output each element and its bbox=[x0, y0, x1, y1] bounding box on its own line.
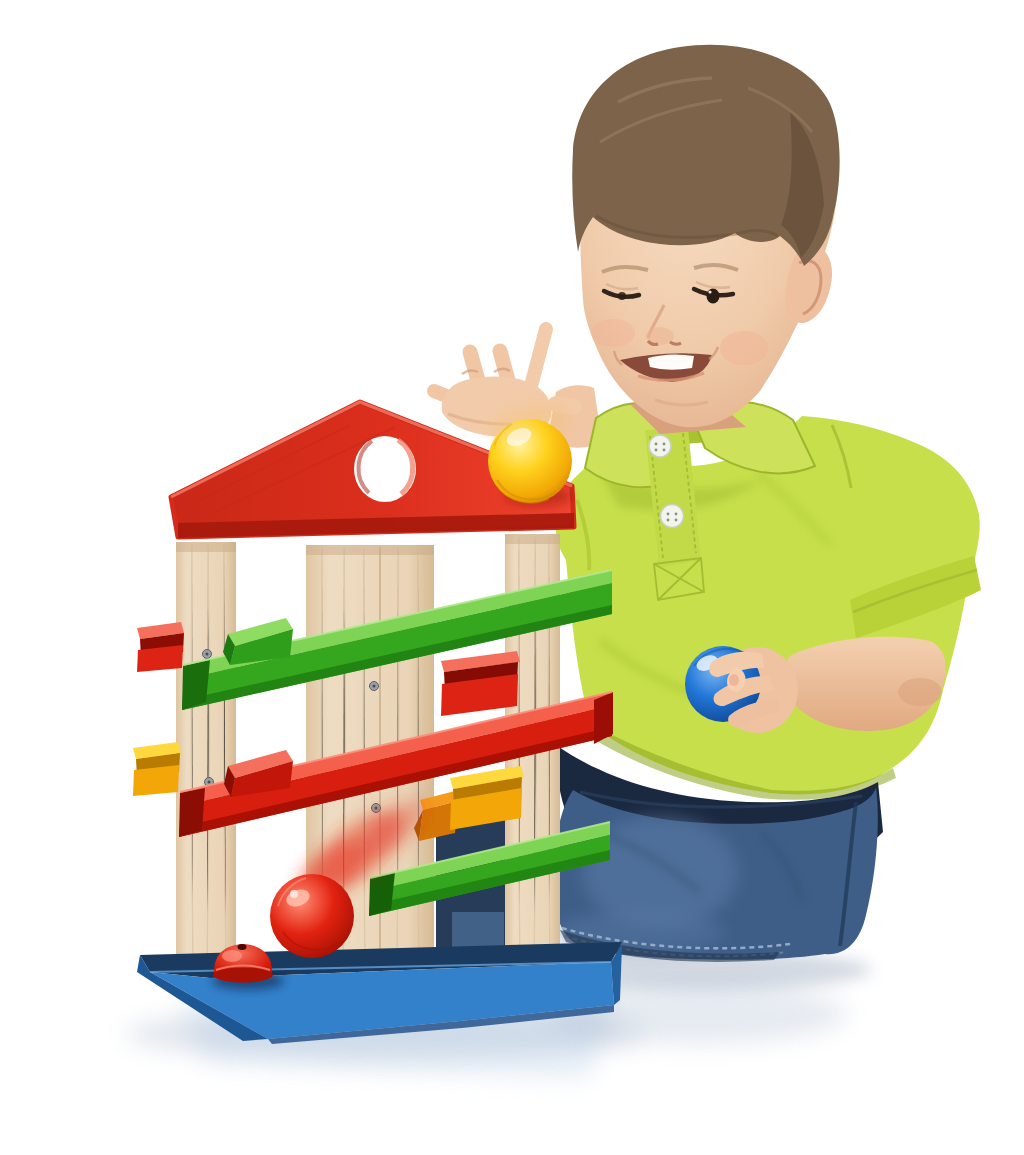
ramp2-end-face-left bbox=[179, 788, 205, 837]
post-right-top-shade bbox=[505, 534, 560, 544]
yellow-catcher-left bbox=[133, 742, 181, 796]
button-1 bbox=[649, 435, 671, 457]
teeth bbox=[648, 354, 694, 369]
iris-right bbox=[707, 289, 720, 304]
red-ball-glint bbox=[290, 890, 298, 898]
eye-glint bbox=[708, 290, 711, 293]
index-finger bbox=[531, 329, 546, 386]
bell-knob bbox=[238, 944, 247, 950]
bell-rim bbox=[213, 968, 273, 983]
blush-right bbox=[720, 331, 768, 365]
post-left-top-shade bbox=[176, 542, 236, 552]
bell-highlight bbox=[222, 950, 242, 962]
thumb-nail bbox=[729, 674, 739, 686]
red-catcher-right bbox=[441, 651, 520, 716]
post-middle-top-shade bbox=[306, 545, 434, 555]
iris-left bbox=[618, 292, 626, 300]
elbow-shade bbox=[898, 678, 942, 706]
red-ball-sphere bbox=[270, 874, 354, 958]
button-2 bbox=[661, 505, 684, 528]
blush-left bbox=[591, 319, 635, 347]
yellow-ball-ghost-overlap bbox=[484, 415, 536, 441]
scene-canvas bbox=[0, 0, 1024, 1155]
ball-run-toy bbox=[133, 392, 622, 1044]
head bbox=[572, 45, 839, 427]
photo-toddler-ball-run bbox=[0, 0, 1024, 1155]
yellow-catcher-front bbox=[133, 765, 179, 796]
red-catcher-left bbox=[137, 622, 184, 672]
post-left bbox=[176, 542, 236, 964]
